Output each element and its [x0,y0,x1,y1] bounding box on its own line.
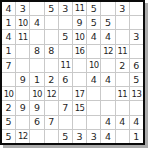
grid-cell[interactable]: 3 [59,2,72,15]
grid-cell[interactable]: 11 [16,30,29,43]
puzzle-grid: 4353115311049554115104431881612117111026… [2,2,143,143]
grid-cell[interactable]: 4 [87,30,100,43]
grid-cell[interactable]: 4 [30,16,43,29]
grid-cell[interactable] [73,73,86,86]
grid-cell[interactable]: 4 [101,30,114,43]
grid-cell[interactable] [116,130,129,143]
grid-cell[interactable]: 3 [87,130,100,143]
grid-cell[interactable]: 9 [16,73,29,86]
grid-cell[interactable] [45,16,58,29]
grid-cell[interactable] [130,45,143,58]
grid-cell[interactable]: 12 [101,45,114,58]
grid-cell[interactable] [87,101,100,114]
grid-cell[interactable]: 6 [30,116,43,129]
grid-cell[interactable]: 5 [59,130,72,143]
grid-cell[interactable] [16,87,29,100]
grid-cell[interactable]: 5 [87,2,100,15]
grid-cell[interactable]: 9 [16,101,29,114]
grid-cell[interactable]: 12 [16,130,29,143]
grid-cell[interactable]: 6 [59,73,72,86]
grid-cell[interactable]: 11 [116,87,129,100]
grid-cell[interactable]: 2 [2,101,15,114]
grid-cell[interactable] [16,116,29,129]
grid-cell[interactable]: 4 [101,130,114,143]
grid-cell[interactable] [130,2,143,15]
grid-cell[interactable]: 4 [101,73,114,86]
grid-cell[interactable]: 15 [73,101,86,114]
grid-cell[interactable]: 4 [2,2,15,15]
grid-cell[interactable] [30,30,43,43]
grid-cell[interactable] [87,116,100,129]
grid-cell[interactable]: 17 [73,87,86,100]
grid-cell[interactable]: 6 [130,59,143,72]
grid-cell[interactable] [73,59,86,72]
grid-cell[interactable] [16,45,29,58]
grid-cell[interactable] [87,87,100,100]
grid-cell[interactable] [130,101,143,114]
grid-cell[interactable]: 9 [30,101,43,114]
grid-cell[interactable]: 4 [87,73,100,86]
grid-cell[interactable] [101,101,114,114]
grid-cell[interactable]: 8 [45,45,58,58]
grid-cell[interactable]: 4 [2,30,15,43]
grid-cell[interactable]: 5 [45,2,58,15]
grid-cell[interactable]: 10 [73,30,86,43]
grid-cell[interactable]: 3 [130,30,143,43]
grid-cell[interactable] [59,45,72,58]
grid-cell[interactable] [45,59,58,72]
grid-cell[interactable]: 7 [59,101,72,114]
grid-cell[interactable] [16,59,29,72]
grid-cell[interactable] [45,130,58,143]
grid-cell[interactable]: 10 [16,16,29,29]
grid-cell[interactable]: 12 [45,87,58,100]
grid-cell[interactable]: 11 [73,2,86,15]
grid-cell[interactable]: 10 [30,87,43,100]
grid-cell[interactable] [59,87,72,100]
grid-cell[interactable] [30,59,43,72]
grid-cell[interactable]: 4 [116,116,129,129]
grid-cell[interactable]: 2 [45,73,58,86]
grid-cell[interactable]: 5 [130,73,143,86]
grid-cell[interactable]: 3 [16,2,29,15]
grid-cell[interactable]: 1 [2,45,15,58]
grid-cell[interactable]: 7 [45,116,58,129]
grid-cell[interactable]: 3 [116,2,129,15]
grid-cell[interactable] [30,130,43,143]
grid-cell[interactable]: 1 [2,16,15,29]
grid-cell[interactable] [87,45,100,58]
grid-cell[interactable]: 1 [130,130,143,143]
grid-cell[interactable] [45,30,58,43]
grid-cell[interactable]: 13 [130,87,143,100]
grid-cell[interactable] [116,73,129,86]
grid-cell[interactable]: 1 [30,73,43,86]
grid-cell[interactable] [101,59,114,72]
grid-cell[interactable]: 3 [73,130,86,143]
grid-cell[interactable]: 5 [2,130,15,143]
grid-cell[interactable] [130,16,143,29]
grid-cell[interactable]: 7 [2,59,15,72]
grid-cell[interactable]: 2 [116,59,129,72]
grid-cell[interactable] [30,2,43,15]
grid-cell[interactable]: 10 [87,59,100,72]
grid-cell[interactable] [101,87,114,100]
grid-cell[interactable] [45,101,58,114]
grid-cell[interactable]: 5 [87,16,100,29]
grid-cell[interactable]: 11 [116,45,129,58]
grid-cell[interactable] [116,101,129,114]
grid-cell[interactable]: 10 [2,87,15,100]
grid-cell[interactable] [116,16,129,29]
grid-cell[interactable] [116,30,129,43]
grid-cell[interactable]: 4 [130,116,143,129]
grid-cell[interactable]: 5 [101,16,114,29]
grid-cell[interactable] [101,2,114,15]
grid-cell[interactable]: 16 [73,45,86,58]
grid-cell[interactable]: 4 [101,116,114,129]
grid-cell[interactable]: 5 [2,116,15,129]
grid-cell[interactable] [59,116,72,129]
grid-cell[interactable]: 5 [59,30,72,43]
grid-cell[interactable] [2,73,15,86]
grid-cell[interactable]: 8 [30,45,43,58]
puzzle-board: 4353115311049554115104431881612117111026… [0,0,145,145]
grid-cell[interactable]: 11 [59,59,72,72]
grid-cell[interactable] [73,116,86,129]
grid-cell[interactable] [59,16,72,29]
grid-cell[interactable]: 9 [73,16,86,29]
